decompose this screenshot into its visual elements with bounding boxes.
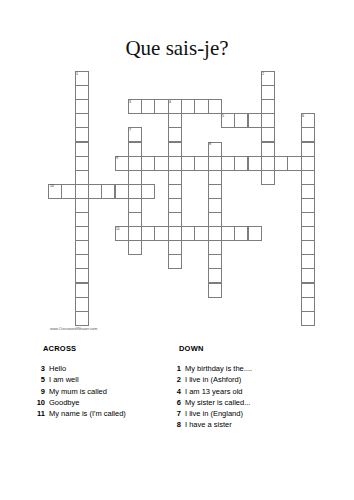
clue-row: 4I am 13 years old	[169, 387, 329, 398]
clue-number-label: 3	[129, 100, 131, 104]
grid-cell[interactable]	[221, 156, 235, 171]
grid-cell[interactable]	[221, 226, 235, 241]
grid-cell[interactable]	[301, 226, 315, 241]
worksheet-page: Que sais-je? 1234567891011 www.Crossword…	[0, 0, 354, 500]
clue-row: 6My sister is called...	[169, 398, 329, 409]
grid-cell[interactable]	[115, 184, 129, 199]
clue-row: 8I have a sister	[169, 420, 329, 431]
grid-cell[interactable]	[168, 254, 182, 269]
grid-cell[interactable]	[168, 240, 182, 255]
grid-cell[interactable]	[208, 184, 222, 199]
grid-cell[interactable]	[168, 156, 182, 171]
grid-cell[interactable]: 11	[115, 226, 129, 241]
grid-cell[interactable]	[75, 283, 89, 298]
clue-text: My mum is called	[49, 387, 107, 396]
grid-cell[interactable]	[75, 297, 89, 312]
grid-cell[interactable]	[301, 268, 315, 283]
grid-cell[interactable]	[301, 311, 315, 326]
clue-number-label: 5	[222, 114, 224, 118]
clue-row: 2I live in (Ashford)	[169, 375, 329, 386]
grid-cell[interactable]	[301, 142, 315, 157]
grid-cell[interactable]	[208, 254, 222, 269]
grid-cell[interactable]	[75, 226, 89, 241]
grid-cell[interactable]: 5	[221, 113, 235, 128]
clue-text: I am 13 years old	[185, 387, 243, 396]
grid-cell[interactable]	[261, 156, 275, 171]
clue-text: My birthday is the....	[185, 364, 252, 373]
grid-cell[interactable]	[261, 127, 275, 142]
clue-text: I live in (Ashford)	[185, 375, 241, 384]
grid-cell[interactable]	[75, 142, 89, 157]
grid-cell[interactable]: 10	[48, 184, 62, 199]
grid-cell[interactable]	[128, 156, 142, 171]
clue-number: 11	[33, 409, 45, 418]
grid-cell[interactable]	[234, 156, 248, 171]
grid-cell[interactable]	[75, 184, 89, 199]
grid-cell[interactable]	[208, 240, 222, 255]
grid-cell[interactable]	[208, 156, 222, 171]
clue-number-label: 6	[302, 114, 304, 118]
clue-number: 10	[33, 398, 45, 407]
down-header: DOWN	[179, 344, 329, 353]
clue-number: 5	[33, 375, 45, 384]
grid-cell[interactable]	[208, 283, 222, 298]
grid-cell[interactable]	[208, 170, 222, 185]
grid-cell[interactable]	[61, 184, 75, 199]
grid-cell[interactable]	[154, 226, 168, 241]
grid-cell[interactable]	[128, 212, 142, 227]
grid-cell[interactable]	[181, 99, 195, 114]
grid-cell[interactable]	[141, 226, 155, 241]
grid-cell[interactable]	[128, 184, 142, 199]
down-clues-section: DOWN 1My birthday is the....2I live in (…	[169, 344, 329, 432]
grid-cell[interactable]	[101, 184, 115, 199]
clue-number: 3	[33, 364, 45, 373]
clue-row: 7I live in (England)	[169, 409, 329, 420]
grid-cell[interactable]	[75, 198, 89, 213]
grid-cell[interactable]	[208, 212, 222, 227]
grid-cell[interactable]: 1	[75, 71, 89, 86]
grid-cell[interactable]	[75, 240, 89, 255]
grid-cell[interactable]	[208, 198, 222, 213]
grid-cell[interactable]	[128, 240, 142, 255]
clue-text: I am well	[49, 375, 79, 384]
grid-cell[interactable]	[261, 85, 275, 100]
grid-cell[interactable]	[141, 156, 155, 171]
grid-cell[interactable]	[168, 170, 182, 185]
grid-cell[interactable]	[208, 226, 222, 241]
grid-cell[interactable]	[75, 268, 89, 283]
grid-cell[interactable]: 4	[168, 99, 182, 114]
grid-cell[interactable]	[141, 184, 155, 199]
grid-cell[interactable]	[128, 170, 142, 185]
grid-cell[interactable]	[234, 226, 248, 241]
grid-cell[interactable]	[248, 156, 262, 171]
grid-cell[interactable]	[181, 156, 195, 171]
grid-cell[interactable]	[168, 113, 182, 128]
grid-cell[interactable]	[261, 142, 275, 157]
grid-cell[interactable]	[248, 226, 262, 241]
down-clue-list: 1My birthday is the....2I live in (Ashfo…	[169, 364, 329, 432]
clue-number-label: 11	[116, 227, 120, 231]
clue-number: 7	[169, 409, 181, 418]
grid-cell[interactable]	[75, 113, 89, 128]
grid-cell[interactable]	[75, 156, 89, 171]
grid-cell[interactable]	[287, 156, 301, 171]
clue-text: I have a sister	[185, 420, 232, 429]
grid-cell[interactable]: 3	[128, 99, 142, 114]
clue-number: 6	[169, 398, 181, 407]
clue-number: 2	[169, 375, 181, 384]
clue-text: My sister is called...	[185, 398, 250, 407]
clue-number-label: 9	[116, 156, 118, 160]
grid-cell[interactable]	[234, 113, 248, 128]
grid-cell[interactable]	[261, 99, 275, 114]
grid-cell[interactable]	[75, 127, 89, 142]
clue-number: 1	[169, 364, 181, 373]
grid-cell[interactable]: 9	[115, 156, 129, 171]
clue-text: I live in (England)	[185, 409, 243, 418]
grid-cell[interactable]	[301, 212, 315, 227]
grid-cell[interactable]	[75, 254, 89, 269]
grid-cell[interactable]	[208, 268, 222, 283]
grid-cell[interactable]	[168, 212, 182, 227]
grid-cell[interactable]	[75, 85, 89, 100]
grid-cell[interactable]	[301, 156, 315, 171]
grid-cell[interactable]	[248, 113, 262, 128]
grid-cell[interactable]	[168, 198, 182, 213]
clue-row: 1My birthday is the....	[169, 364, 329, 375]
grid-cell[interactable]: 6	[301, 113, 315, 128]
clue-number-label: 1	[76, 72, 78, 76]
clue-text: Goodbye	[49, 398, 79, 407]
grid-cell[interactable]	[301, 254, 315, 269]
grid-cell[interactable]	[181, 226, 195, 241]
clue-number-label: 7	[129, 128, 131, 132]
grid-cell[interactable]	[75, 99, 89, 114]
grid-cell[interactable]: 2	[261, 71, 275, 86]
grid-cell[interactable]	[261, 113, 275, 128]
grid-cell[interactable]	[154, 156, 168, 171]
grid-cell[interactable]: 8	[208, 142, 222, 157]
clue-number-label: 10	[50, 184, 54, 188]
grid-cell[interactable]	[168, 127, 182, 142]
grid-cell[interactable]	[301, 170, 315, 185]
grid-cell[interactable]	[274, 156, 288, 171]
grid-cell[interactable]	[301, 297, 315, 312]
grid-cell[interactable]	[128, 142, 142, 157]
grid-cell[interactable]	[128, 226, 142, 241]
grid-cell[interactable]	[208, 99, 222, 114]
clue-number: 8	[169, 420, 181, 429]
grid-cell[interactable]	[194, 226, 208, 241]
grid-cell[interactable]	[301, 127, 315, 142]
grid-cell[interactable]	[128, 198, 142, 213]
grid-cell[interactable]	[194, 99, 208, 114]
grid-cell[interactable]	[75, 170, 89, 185]
grid-cell[interactable]	[194, 156, 208, 171]
clue-number-label: 2	[262, 72, 264, 76]
grid-cell[interactable]	[168, 142, 182, 157]
clue-number: 4	[169, 387, 181, 396]
grid-cell[interactable]	[301, 240, 315, 255]
grid-cell[interactable]	[88, 184, 102, 199]
grid-cell[interactable]	[301, 283, 315, 298]
clue-number: 9	[33, 387, 45, 396]
grid-cell[interactable]	[154, 99, 168, 114]
grid-cell[interactable]	[168, 184, 182, 199]
grid-cell[interactable]	[75, 212, 89, 227]
grid-cell[interactable]	[301, 184, 315, 199]
clue-number-label: 4	[169, 100, 171, 104]
grid-cell[interactable]	[75, 311, 89, 326]
clue-text: My name is (I'm called)	[49, 409, 126, 418]
grid-cell[interactable]	[141, 99, 155, 114]
crossword-grid: 1234567891011	[48, 71, 315, 325]
grid-cell[interactable]: 7	[128, 127, 142, 142]
grid-cell[interactable]	[261, 170, 275, 185]
puzzle-title: Que sais-je?	[0, 36, 354, 61]
grid-cell[interactable]	[168, 226, 182, 241]
clue-text: Hello	[49, 364, 66, 373]
grid-cell[interactable]	[301, 198, 315, 213]
footer-url: www.CrosswordWeaver.com	[50, 327, 97, 331]
clue-number-label: 8	[209, 142, 211, 146]
